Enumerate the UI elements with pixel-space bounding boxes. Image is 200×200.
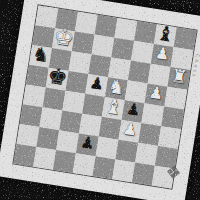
- chess-board: ♝♚♟♞♜♚♟♞♟♝♟♟♟ Chess: [0, 0, 200, 200]
- piece-white-pawn[interactable]: ♟: [148, 84, 165, 102]
- square-b7[interactable]: ♚: [52, 28, 75, 51]
- piece-white-king[interactable]: ♚: [52, 25, 75, 50]
- square-b5[interactable]: ♚: [46, 68, 69, 91]
- piece-white-pawn[interactable]: ♟: [154, 45, 171, 63]
- piece-black-pawn[interactable]: ♟: [89, 75, 106, 93]
- piece-black-pawn[interactable]: ♟: [79, 134, 96, 152]
- board-grid: ♝♚♟♞♜♚♟♞♟♝♟♟♟: [13, 5, 196, 188]
- piece-black-king[interactable]: ♚: [46, 65, 69, 90]
- diamond-ornament-icon: [165, 164, 182, 181]
- piece-white-pawn[interactable]: ♟: [122, 121, 139, 139]
- piece-white-rook[interactable]: ♜: [170, 66, 189, 86]
- piece-black-bishop[interactable]: ♝: [155, 22, 176, 45]
- piece-black-pawn[interactable]: ♟: [125, 101, 142, 119]
- board-photo-scene: ♝♚♟♞♜♚♟♞♟♝♟♟♟ Chess: [0, 0, 200, 200]
- piece-white-bishop[interactable]: ♝: [103, 95, 124, 118]
- piece-black-knight[interactable]: ♞: [31, 44, 51, 65]
